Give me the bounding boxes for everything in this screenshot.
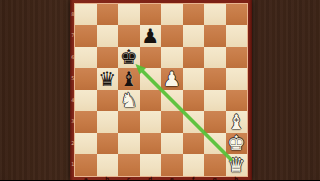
piece-white-queen[interactable]: ♛ (227, 154, 245, 174)
square-g7[interactable] (204, 25, 226, 47)
file-label-c: c (125, 177, 133, 181)
square-d3[interactable] (140, 111, 162, 133)
square-g6[interactable] (204, 47, 226, 69)
square-a6[interactable] (75, 47, 97, 69)
piece-white-king[interactable]: ♚ (227, 133, 245, 153)
file-label-g: g (211, 177, 219, 181)
chess-board: ♟♚♛♝♟♞♝♚♛ (75, 4, 247, 176)
square-f4[interactable] (183, 90, 205, 112)
file-label-a: a (82, 177, 90, 181)
square-h3[interactable]: ♝ (226, 111, 248, 133)
square-d1[interactable] (140, 154, 162, 176)
square-e1[interactable] (161, 154, 183, 176)
square-e5[interactable]: ♟ (161, 68, 183, 90)
rank-label-5: 5 (71, 76, 76, 81)
square-c7[interactable] (118, 25, 140, 47)
file-label-h: h (232, 177, 240, 181)
square-a1[interactable] (75, 154, 97, 176)
square-f7[interactable] (183, 25, 205, 47)
square-a5[interactable] (75, 68, 97, 90)
square-e6[interactable] (161, 47, 183, 69)
square-e3[interactable] (161, 111, 183, 133)
piece-black-bishop[interactable]: ♝ (120, 68, 138, 88)
square-f5[interactable] (183, 68, 205, 90)
square-h7[interactable] (226, 25, 248, 47)
file-label-b: b (103, 177, 111, 181)
square-c3[interactable] (118, 111, 140, 133)
rank-label-1: 1 (71, 162, 76, 167)
rank-label-2: 2 (71, 141, 76, 146)
square-a4[interactable] (75, 90, 97, 112)
square-b8[interactable] (97, 4, 119, 26)
square-b6[interactable] (97, 47, 119, 69)
square-h4[interactable] (226, 90, 248, 112)
video-frame: ♟♚♛♝♟♞♝♚♛ 87654321 abcdefgh (0, 0, 320, 180)
square-g4[interactable] (204, 90, 226, 112)
square-h1[interactable]: ♛ (226, 154, 248, 176)
square-b2[interactable] (97, 133, 119, 155)
square-b4[interactable] (97, 90, 119, 112)
piece-white-bishop[interactable]: ♝ (227, 111, 245, 131)
square-h5[interactable] (226, 68, 248, 90)
rank-label-4: 4 (71, 98, 76, 103)
square-c8[interactable] (118, 4, 140, 26)
square-e2[interactable] (161, 133, 183, 155)
square-a2[interactable] (75, 133, 97, 155)
square-e4[interactable] (161, 90, 183, 112)
rank-label-6: 6 (71, 55, 76, 60)
square-b3[interactable] (97, 111, 119, 133)
square-b7[interactable] (97, 25, 119, 47)
piece-black-queen[interactable]: ♛ (98, 68, 116, 88)
rank-label-8: 8 (71, 12, 76, 17)
square-b1[interactable] (97, 154, 119, 176)
piece-white-pawn[interactable]: ♟ (163, 68, 181, 88)
square-a8[interactable] (75, 4, 97, 26)
square-d2[interactable] (140, 133, 162, 155)
square-f2[interactable] (183, 133, 205, 155)
square-f3[interactable] (183, 111, 205, 133)
square-c2[interactable] (118, 133, 140, 155)
file-label-f: f (189, 177, 197, 181)
square-f6[interactable] (183, 47, 205, 69)
square-h6[interactable] (226, 47, 248, 69)
square-c1[interactable] (118, 154, 140, 176)
square-d8[interactable] (140, 4, 162, 26)
square-f8[interactable] (183, 4, 205, 26)
square-g5[interactable] (204, 68, 226, 90)
square-f1[interactable] (183, 154, 205, 176)
square-c4[interactable]: ♞ (118, 90, 140, 112)
piece-white-knight[interactable]: ♞ (120, 90, 138, 110)
square-g2[interactable] (204, 133, 226, 155)
square-c6[interactable]: ♚ (118, 47, 140, 69)
square-d5[interactable] (140, 68, 162, 90)
square-g3[interactable] (204, 111, 226, 133)
rank-label-3: 3 (71, 119, 76, 124)
file-label-e: e (168, 177, 176, 181)
square-a3[interactable] (75, 111, 97, 133)
square-a7[interactable] (75, 25, 97, 47)
piece-black-king[interactable]: ♚ (120, 47, 138, 67)
square-d7[interactable]: ♟ (140, 25, 162, 47)
square-h8[interactable] (226, 4, 248, 26)
chess-board-frame: ♟♚♛♝♟♞♝♚♛ 87654321 abcdefgh (70, 0, 252, 180)
square-e8[interactable] (161, 4, 183, 26)
square-c5[interactable]: ♝ (118, 68, 140, 90)
square-d4[interactable] (140, 90, 162, 112)
file-label-d: d (146, 177, 154, 181)
square-h2[interactable]: ♚ (226, 133, 248, 155)
rank-label-7: 7 (71, 33, 76, 38)
piece-black-pawn[interactable]: ♟ (141, 25, 159, 45)
square-g8[interactable] (204, 4, 226, 26)
square-d6[interactable] (140, 47, 162, 69)
square-b5[interactable]: ♛ (97, 68, 119, 90)
square-g1[interactable] (204, 154, 226, 176)
square-e7[interactable] (161, 25, 183, 47)
